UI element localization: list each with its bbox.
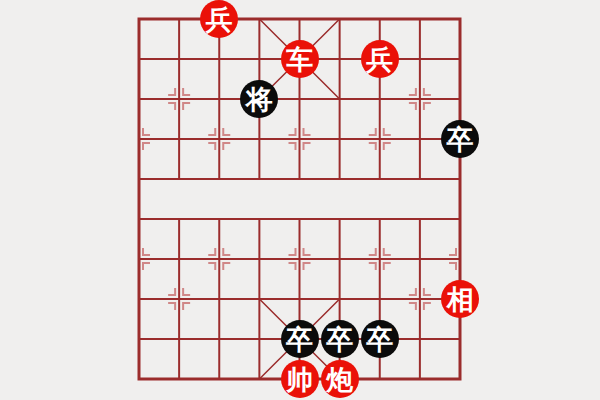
pieces-layer: 兵车兵将卒相卒卒卒帅炮	[119, 0, 480, 399]
red-elephant-piece[interactable]: 相	[441, 280, 479, 318]
red-cannon-piece[interactable]: 炮	[321, 360, 359, 398]
piece-glyph: 卒	[366, 326, 393, 353]
piece-glyph: 兵	[206, 6, 233, 33]
piece-glyph: 卒	[326, 326, 353, 353]
black-soldier-piece[interactable]: 卒	[281, 320, 319, 358]
red-soldier-piece[interactable]: 兵	[200, 0, 238, 38]
piece-glyph: 相	[447, 286, 474, 313]
piece-glyph: 帅	[286, 366, 313, 393]
piece-glyph: 车	[286, 46, 313, 73]
piece-glyph: 卒	[286, 326, 313, 353]
piece-glyph: 卒	[447, 126, 474, 153]
red-chariot-piece[interactable]: 车	[281, 40, 319, 78]
black-soldier-piece[interactable]: 卒	[361, 320, 399, 358]
piece-glyph: 将	[246, 86, 273, 113]
screenshot-root: { "game": "xiangqi", "board": { "files":…	[0, 0, 600, 400]
red-soldier-piece[interactable]: 兵	[361, 40, 399, 78]
black-soldier-piece[interactable]: 卒	[321, 320, 359, 358]
xiangqi-app: 兵车兵将卒相卒卒卒帅炮	[0, 0, 600, 400]
piece-glyph: 炮	[326, 366, 353, 393]
piece-glyph: 兵	[366, 46, 393, 73]
red-general-piece[interactable]: 帅	[281, 360, 319, 398]
black-general-piece[interactable]: 将	[240, 80, 278, 118]
black-soldier-piece[interactable]: 卒	[441, 120, 479, 158]
